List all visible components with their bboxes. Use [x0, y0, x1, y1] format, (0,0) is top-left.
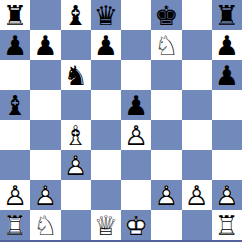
square-e1[interactable]: ♚♔ — [121, 210, 151, 240]
white-king-e1: ♚♔ — [121, 210, 151, 240]
white-pawn-h2: ♟♙ — [212, 180, 242, 210]
square-a3[interactable] — [0, 150, 30, 180]
piece-glyph: ♜ — [212, 0, 242, 30]
square-a4[interactable] — [0, 120, 30, 150]
white-queen-d1: ♛♕ — [91, 210, 121, 240]
square-g2[interactable]: ♟♙ — [182, 180, 212, 210]
piece-glyph: ♚ — [151, 0, 181, 30]
square-c4[interactable]: ♝♗ — [61, 120, 91, 150]
piece-outline-glyph: ♘ — [151, 30, 181, 60]
square-f7[interactable]: ♞♘ — [151, 30, 181, 60]
square-b3[interactable] — [30, 150, 60, 180]
piece-glyph: ♟ — [212, 60, 242, 90]
square-d7[interactable]: ♟ — [91, 30, 121, 60]
piece-outline-glyph: ♙ — [182, 180, 212, 210]
white-pawn-f2: ♟♙ — [151, 180, 181, 210]
square-g6[interactable] — [182, 60, 212, 90]
piece-outline-glyph: ♖ — [212, 210, 242, 240]
piece-outline-glyph: ♕ — [91, 210, 121, 240]
white-rook-a1: ♜♖ — [0, 210, 30, 240]
square-b7[interactable]: ♟ — [30, 30, 60, 60]
square-c7[interactable] — [61, 30, 91, 60]
black-bishop-c8: ♝ — [61, 0, 91, 30]
square-e6[interactable] — [121, 60, 151, 90]
black-queen-d8: ♛ — [91, 0, 121, 30]
square-a5[interactable]: ♝ — [0, 90, 30, 120]
square-d6[interactable] — [91, 60, 121, 90]
square-g7[interactable] — [182, 30, 212, 60]
square-d3[interactable] — [91, 150, 121, 180]
square-b1[interactable]: ♞♘ — [30, 210, 60, 240]
piece-glyph: ♟ — [0, 30, 30, 60]
piece-glyph: ♟ — [91, 30, 121, 60]
square-d8[interactable]: ♛ — [91, 0, 121, 30]
piece-outline-glyph: ♘ — [30, 210, 60, 240]
white-pawn-c3: ♟♙ — [61, 150, 91, 180]
square-h5[interactable] — [212, 90, 242, 120]
piece-glyph: ♟ — [121, 90, 151, 120]
square-e4[interactable]: ♟♙ — [121, 120, 151, 150]
piece-glyph: ♝ — [61, 0, 91, 30]
square-g8[interactable] — [182, 0, 212, 30]
square-d1[interactable]: ♛♕ — [91, 210, 121, 240]
square-a2[interactable]: ♟♙ — [0, 180, 30, 210]
square-a1[interactable]: ♜♖ — [0, 210, 30, 240]
piece-glyph: ♛ — [91, 0, 121, 30]
square-f8[interactable]: ♚ — [151, 0, 181, 30]
square-b8[interactable] — [30, 0, 60, 30]
white-pawn-g2: ♟♙ — [182, 180, 212, 210]
square-h3[interactable] — [212, 150, 242, 180]
piece-glyph: ♞ — [61, 60, 91, 90]
piece-outline-glyph: ♙ — [30, 180, 60, 210]
piece-outline-glyph: ♙ — [0, 180, 30, 210]
square-f2[interactable]: ♟♙ — [151, 180, 181, 210]
chess-board: ♜♝♛♚♜♟♟♟♞♘♟♞♟♝♟♝♗♟♙♟♙♟♙♟♙♟♙♟♙♟♙♜♖♞♘♛♕♚♔♜… — [0, 0, 242, 242]
square-b5[interactable] — [30, 90, 60, 120]
square-f6[interactable] — [151, 60, 181, 90]
white-rook-h1: ♜♖ — [212, 210, 242, 240]
piece-outline-glyph: ♙ — [121, 120, 151, 150]
black-king-f8: ♚ — [151, 0, 181, 30]
black-knight-c6: ♞ — [61, 60, 91, 90]
square-f5[interactable] — [151, 90, 181, 120]
black-pawn-b7: ♟ — [30, 30, 60, 60]
square-e2[interactable] — [121, 180, 151, 210]
piece-outline-glyph: ♔ — [121, 210, 151, 240]
white-knight-b1: ♞♘ — [30, 210, 60, 240]
piece-glyph: ♟ — [212, 30, 242, 60]
square-h2[interactable]: ♟♙ — [212, 180, 242, 210]
square-e5[interactable]: ♟ — [121, 90, 151, 120]
white-knight-f7: ♞♘ — [151, 30, 181, 60]
white-pawn-b2: ♟♙ — [30, 180, 60, 210]
square-a8[interactable]: ♜ — [0, 0, 30, 30]
square-e8[interactable] — [121, 0, 151, 30]
square-f4[interactable] — [151, 120, 181, 150]
piece-outline-glyph: ♗ — [61, 120, 91, 150]
piece-outline-glyph: ♙ — [151, 180, 181, 210]
square-f3[interactable] — [151, 150, 181, 180]
square-g4[interactable] — [182, 120, 212, 150]
black-pawn-h7: ♟ — [212, 30, 242, 60]
white-bishop-c4: ♝♗ — [61, 120, 91, 150]
square-c1[interactable] — [61, 210, 91, 240]
square-h6[interactable]: ♟ — [212, 60, 242, 90]
piece-outline-glyph: ♖ — [0, 210, 30, 240]
square-h4[interactable] — [212, 120, 242, 150]
black-pawn-e5: ♟ — [121, 90, 151, 120]
white-pawn-a2: ♟♙ — [0, 180, 30, 210]
square-d5[interactable] — [91, 90, 121, 120]
square-d4[interactable] — [91, 120, 121, 150]
black-bishop-a5: ♝ — [0, 90, 30, 120]
black-pawn-d7: ♟ — [91, 30, 121, 60]
piece-glyph: ♝ — [0, 90, 30, 120]
square-g3[interactable] — [182, 150, 212, 180]
square-h1[interactable]: ♜♖ — [212, 210, 242, 240]
piece-glyph: ♜ — [0, 0, 30, 30]
square-b4[interactable] — [30, 120, 60, 150]
square-c2[interactable] — [61, 180, 91, 210]
square-h8[interactable]: ♜ — [212, 0, 242, 30]
square-h7[interactable]: ♟ — [212, 30, 242, 60]
square-c5[interactable] — [61, 90, 91, 120]
square-e3[interactable] — [121, 150, 151, 180]
square-a6[interactable] — [0, 60, 30, 90]
black-pawn-h6: ♟ — [212, 60, 242, 90]
black-pawn-a7: ♟ — [0, 30, 30, 60]
square-c6[interactable]: ♞ — [61, 60, 91, 90]
white-pawn-e4: ♟♙ — [121, 120, 151, 150]
piece-glyph: ♟ — [30, 30, 60, 60]
square-d2[interactable] — [91, 180, 121, 210]
piece-outline-glyph: ♙ — [212, 180, 242, 210]
square-b6[interactable] — [30, 60, 60, 90]
square-a7[interactable]: ♟ — [0, 30, 30, 60]
square-e7[interactable] — [121, 30, 151, 60]
piece-outline-glyph: ♙ — [61, 150, 91, 180]
black-rook-h8: ♜ — [212, 0, 242, 30]
square-c3[interactable]: ♟♙ — [61, 150, 91, 180]
square-b2[interactable]: ♟♙ — [30, 180, 60, 210]
black-rook-a8: ♜ — [0, 0, 30, 30]
square-f1[interactable] — [151, 210, 181, 240]
square-c8[interactable]: ♝ — [61, 0, 91, 30]
square-g5[interactable] — [182, 90, 212, 120]
square-g1[interactable] — [182, 210, 212, 240]
